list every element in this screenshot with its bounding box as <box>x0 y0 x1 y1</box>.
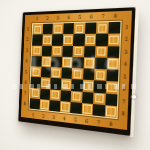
coordinate-label: 3 <box>23 45 30 56</box>
board-square <box>62 34 73 45</box>
board-square <box>41 67 51 78</box>
coordinate-label: 1 <box>32 14 42 22</box>
board-square <box>84 34 96 46</box>
board-square <box>39 99 49 111</box>
board-square <box>83 68 95 80</box>
board-square <box>105 93 118 106</box>
coordinate-label: 4 <box>63 13 74 21</box>
board-square <box>107 46 120 58</box>
board-square <box>83 57 95 69</box>
board-square <box>52 23 63 34</box>
photo-background: 12345678 12345678 12345678 12345678 <box>0 0 150 150</box>
coordinate-label: 7 <box>97 12 109 21</box>
coordinate-label: 2 <box>38 111 49 120</box>
hinge-dot <box>132 94 136 98</box>
board-square <box>93 104 105 117</box>
coordinate-label: 5 <box>120 70 129 83</box>
board-square <box>63 23 74 34</box>
board-square <box>32 45 42 56</box>
board-square <box>73 23 85 35</box>
coordinate-label: 1 <box>122 20 131 33</box>
board-square <box>71 90 82 102</box>
board-square <box>40 77 50 88</box>
board-square <box>42 24 53 35</box>
board-square <box>31 56 41 67</box>
board-square <box>94 81 106 93</box>
board-square <box>94 69 106 81</box>
coordinate-label: 4 <box>121 58 130 71</box>
board-square <box>93 92 105 105</box>
board-square <box>42 34 53 45</box>
coordinate-label: 6 <box>81 116 93 126</box>
board-square <box>51 45 62 56</box>
board-square <box>70 102 81 114</box>
board-square <box>108 22 121 34</box>
coordinate-label: 7 <box>22 87 29 98</box>
board-square <box>107 34 120 46</box>
board-square <box>84 46 96 58</box>
coordinate-label: 5 <box>74 13 86 21</box>
board-square <box>81 103 93 116</box>
coordinate-label: 2 <box>122 33 131 45</box>
board-square <box>72 68 84 80</box>
board-grid <box>29 21 122 119</box>
board-square <box>32 35 42 46</box>
coordinate-label: 7 <box>93 118 105 128</box>
board-square <box>61 57 72 68</box>
coordinate-label: 8 <box>109 11 122 20</box>
coordinate-label: 5 <box>23 66 30 77</box>
coordinate-label: 7 <box>119 95 128 108</box>
board-square <box>106 58 119 70</box>
coordinate-label: 8 <box>119 107 128 120</box>
board-square <box>60 79 71 91</box>
board-square <box>106 69 119 82</box>
coordinate-label: 4 <box>59 114 70 123</box>
board-square <box>104 105 117 118</box>
board-square <box>41 56 51 67</box>
coordinate-label: 3 <box>48 113 59 122</box>
board-square <box>85 22 97 34</box>
board-square <box>30 77 40 88</box>
coordinate-label: 1 <box>28 110 38 119</box>
board-square <box>59 101 70 113</box>
coordinate-label: 2 <box>24 34 31 45</box>
board-square <box>31 66 41 77</box>
board-square <box>52 34 63 45</box>
board-square <box>50 78 61 90</box>
coordinate-label: 3 <box>121 45 130 58</box>
board-square <box>41 45 51 56</box>
coordinate-label: 3 <box>52 14 63 22</box>
board-square <box>49 100 60 112</box>
chess-board: 12345678 12345678 12345678 12345678 <box>18 7 135 136</box>
board-square <box>33 24 43 35</box>
board-square <box>96 22 108 34</box>
board-square <box>51 56 62 67</box>
coordinate-label: 6 <box>85 12 97 21</box>
board-square <box>62 45 73 56</box>
board-square <box>72 57 84 69</box>
board-square <box>95 34 107 46</box>
board-wooden-border: 12345678 12345678 12345678 12345678 <box>21 11 132 130</box>
board-square <box>73 34 85 45</box>
coordinate-label: 2 <box>42 14 53 22</box>
coordinate-label: 4 <box>23 55 30 66</box>
board-square <box>105 81 118 94</box>
coordinate-label: 6 <box>120 82 129 95</box>
board-square <box>71 79 83 91</box>
board-square <box>29 98 39 110</box>
board-square <box>95 57 107 69</box>
coordinate-label: 8 <box>105 119 118 129</box>
coordinate-label: 8 <box>21 98 28 109</box>
board-square <box>61 68 72 80</box>
board-square <box>73 46 85 58</box>
coordinate-label: 6 <box>22 77 29 88</box>
board-square <box>95 46 107 58</box>
coordinate-label: 5 <box>70 115 82 124</box>
board-square <box>51 67 62 78</box>
coordinate-label: 1 <box>24 23 31 34</box>
board-square <box>82 80 94 92</box>
